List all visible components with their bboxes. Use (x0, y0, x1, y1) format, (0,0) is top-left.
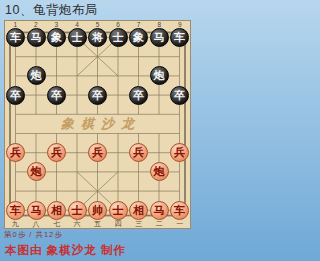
piece-black-士[interactable]: 士 (68, 28, 87, 47)
file-label: 六 (67, 219, 88, 228)
piece-black-卒[interactable]: 卒 (47, 86, 66, 105)
piece-red-士[interactable]: 士 (109, 201, 128, 220)
file-label: 二 (149, 219, 170, 228)
file-label: 七 (46, 219, 67, 228)
file-label: 九 (5, 219, 26, 228)
file-label: 五 (87, 219, 108, 228)
step-counter: 第0步 / 共12步 (0, 229, 193, 241)
file-label: 四 (108, 219, 129, 228)
piece-black-炮[interactable]: 炮 (27, 66, 46, 85)
piece-black-象[interactable]: 象 (47, 28, 66, 47)
piece-black-马[interactable]: 马 (27, 28, 46, 47)
piece-black-将[interactable]: 将 (88, 28, 107, 47)
board-grid-lines (5, 29, 190, 219)
piece-red-士[interactable]: 士 (68, 201, 87, 220)
file-label: 三 (128, 219, 149, 228)
piece-red-炮[interactable]: 炮 (27, 162, 46, 181)
piece-black-马[interactable]: 马 (150, 28, 169, 47)
credit-text: 本图由 象棋沙龙 制作 (0, 241, 193, 260)
piece-black-象[interactable]: 象 (129, 28, 148, 47)
piece-black-卒[interactable]: 卒 (88, 86, 107, 105)
piece-red-炮[interactable]: 炮 (150, 162, 169, 181)
piece-red-车[interactable]: 车 (6, 201, 25, 220)
piece-black-士[interactable]: 士 (109, 28, 128, 47)
bottom-file-labels: 九八七六五四三二一 (5, 219, 190, 228)
file-label: 八 (26, 219, 47, 228)
piece-black-卒[interactable]: 卒 (170, 86, 189, 105)
piece-black-车[interactable]: 车 (170, 28, 189, 47)
piece-black-炮[interactable]: 炮 (150, 66, 169, 85)
board-pieces[interactable]: 象棋沙龙 车马象士将士象马车炮炮卒卒卒卒卒兵兵兵兵兵炮炮车马相士帅士相马车 (5, 29, 190, 219)
piece-red-相[interactable]: 相 (129, 201, 148, 220)
piece-red-马[interactable]: 马 (150, 201, 169, 220)
piece-red-相[interactable]: 相 (47, 201, 66, 220)
piece-black-卒[interactable]: 卒 (129, 86, 148, 105)
piece-red-帅[interactable]: 帅 (88, 201, 107, 220)
xiangqi-app: { "game": "xiangqi", "title": "10、龟背炮布局"… (0, 0, 193, 261)
piece-red-车[interactable]: 车 (170, 201, 189, 220)
piece-black-车[interactable]: 车 (6, 28, 25, 47)
piece-black-卒[interactable]: 卒 (6, 86, 25, 105)
page-title: 10、龟背炮布局 (0, 0, 193, 20)
piece-red-马[interactable]: 马 (27, 201, 46, 220)
file-label: 一 (170, 219, 191, 228)
xiangqi-board[interactable]: 123456789 (4, 20, 191, 229)
